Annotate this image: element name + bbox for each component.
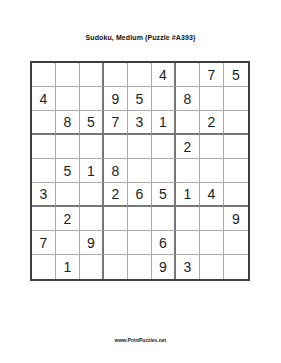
footer-url: www.PrintPuzzles.net bbox=[0, 337, 281, 343]
cell-r1c2[interactable] bbox=[56, 63, 80, 87]
cell-r3c7[interactable] bbox=[176, 111, 200, 135]
cell-r5c8[interactable] bbox=[200, 159, 224, 183]
cell-r8c3[interactable]: 9 bbox=[80, 231, 104, 255]
cell-r1c1[interactable] bbox=[32, 63, 56, 87]
cell-r1c6[interactable]: 4 bbox=[152, 63, 176, 87]
cell-r8c4[interactable] bbox=[104, 231, 128, 255]
cell-r2c2[interactable] bbox=[56, 87, 80, 111]
cell-r5c7[interactable] bbox=[176, 159, 200, 183]
cell-r7c3[interactable] bbox=[80, 207, 104, 231]
cell-r3c6[interactable]: 1 bbox=[152, 111, 176, 135]
cell-r7c9[interactable]: 9 bbox=[224, 207, 248, 231]
cell-r3c3[interactable]: 5 bbox=[80, 111, 104, 135]
cell-r5c3[interactable]: 1 bbox=[80, 159, 104, 183]
puzzle-title: Sudoku, Medium (Puzzle #A393) bbox=[0, 34, 281, 41]
cell-r4c3[interactable] bbox=[80, 135, 104, 159]
cell-r6c1[interactable]: 3 bbox=[32, 183, 56, 207]
cell-r3c1[interactable] bbox=[32, 111, 56, 135]
cell-r9c1[interactable] bbox=[32, 255, 56, 279]
cell-r9c2[interactable]: 1 bbox=[56, 255, 80, 279]
cell-r8c8[interactable] bbox=[200, 231, 224, 255]
cell-r2c1[interactable]: 4 bbox=[32, 87, 56, 111]
cell-r9c8[interactable] bbox=[200, 255, 224, 279]
cell-r9c4[interactable] bbox=[104, 255, 128, 279]
cell-r4c6[interactable] bbox=[152, 135, 176, 159]
cell-r8c1[interactable]: 7 bbox=[32, 231, 56, 255]
cell-r5c2[interactable]: 5 bbox=[56, 159, 80, 183]
cell-r2c4[interactable]: 9 bbox=[104, 87, 128, 111]
cell-r1c9[interactable]: 5 bbox=[224, 63, 248, 87]
cell-r5c6[interactable] bbox=[152, 159, 176, 183]
cell-r7c4[interactable] bbox=[104, 207, 128, 231]
cell-r1c5[interactable] bbox=[128, 63, 152, 87]
cell-r1c3[interactable] bbox=[80, 63, 104, 87]
sudoku-board: 4754958857312251832651429796193 bbox=[30, 61, 250, 281]
cell-r4c8[interactable] bbox=[200, 135, 224, 159]
cell-r2c3[interactable] bbox=[80, 87, 104, 111]
puzzle-page: Sudoku, Medium (Puzzle #A393) 4754958857… bbox=[0, 0, 281, 363]
cell-r2c9[interactable] bbox=[224, 87, 248, 111]
cell-r6c2[interactable] bbox=[56, 183, 80, 207]
cell-r3c2[interactable]: 8 bbox=[56, 111, 80, 135]
cell-r5c4[interactable]: 8 bbox=[104, 159, 128, 183]
cell-r7c1[interactable] bbox=[32, 207, 56, 231]
cell-r9c7[interactable]: 3 bbox=[176, 255, 200, 279]
cell-r4c1[interactable] bbox=[32, 135, 56, 159]
cell-r9c9[interactable] bbox=[224, 255, 248, 279]
cell-r9c5[interactable] bbox=[128, 255, 152, 279]
cell-r8c2[interactable] bbox=[56, 231, 80, 255]
cell-r2c5[interactable]: 5 bbox=[128, 87, 152, 111]
cell-r2c6[interactable] bbox=[152, 87, 176, 111]
cell-r1c8[interactable]: 7 bbox=[200, 63, 224, 87]
cell-r1c4[interactable] bbox=[104, 63, 128, 87]
cell-r4c7[interactable]: 2 bbox=[176, 135, 200, 159]
cell-r2c8[interactable] bbox=[200, 87, 224, 111]
cell-r6c8[interactable]: 4 bbox=[200, 183, 224, 207]
cell-r6c4[interactable]: 2 bbox=[104, 183, 128, 207]
cell-r6c9[interactable] bbox=[224, 183, 248, 207]
cell-r9c6[interactable]: 9 bbox=[152, 255, 176, 279]
cell-r1c7[interactable] bbox=[176, 63, 200, 87]
cell-r7c7[interactable] bbox=[176, 207, 200, 231]
cell-r3c4[interactable]: 7 bbox=[104, 111, 128, 135]
cell-r9c3[interactable] bbox=[80, 255, 104, 279]
cell-r3c5[interactable]: 3 bbox=[128, 111, 152, 135]
cell-r8c9[interactable] bbox=[224, 231, 248, 255]
cell-r6c5[interactable]: 6 bbox=[128, 183, 152, 207]
cell-r3c9[interactable] bbox=[224, 111, 248, 135]
cell-r6c6[interactable]: 5 bbox=[152, 183, 176, 207]
cell-r5c5[interactable] bbox=[128, 159, 152, 183]
cell-r5c9[interactable] bbox=[224, 159, 248, 183]
cell-r7c6[interactable] bbox=[152, 207, 176, 231]
cell-r8c5[interactable] bbox=[128, 231, 152, 255]
cell-r6c7[interactable]: 1 bbox=[176, 183, 200, 207]
cell-r4c4[interactable] bbox=[104, 135, 128, 159]
cell-r8c6[interactable]: 6 bbox=[152, 231, 176, 255]
cell-r4c9[interactable] bbox=[224, 135, 248, 159]
cell-r3c8[interactable]: 2 bbox=[200, 111, 224, 135]
cell-r8c7[interactable] bbox=[176, 231, 200, 255]
cell-r4c2[interactable] bbox=[56, 135, 80, 159]
cell-r2c7[interactable]: 8 bbox=[176, 87, 200, 111]
cell-r5c1[interactable] bbox=[32, 159, 56, 183]
cell-r7c8[interactable] bbox=[200, 207, 224, 231]
cell-r7c5[interactable] bbox=[128, 207, 152, 231]
cell-r4c5[interactable] bbox=[128, 135, 152, 159]
cell-r6c3[interactable] bbox=[80, 183, 104, 207]
cell-r7c2[interactable]: 2 bbox=[56, 207, 80, 231]
